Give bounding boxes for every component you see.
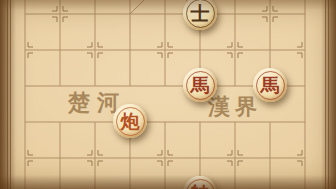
- piece-glyph: 馬: [253, 68, 287, 102]
- piece-glyph: 士: [183, 0, 217, 30]
- piece-red-general[interactable]: 帥: [183, 176, 217, 189]
- xiangqi-game-screen: 楚河 漢界 士馬馬炮帥: [0, 0, 336, 189]
- piece-red-horse-left[interactable]: 馬: [183, 68, 217, 102]
- piece-red-cannon[interactable]: 炮: [113, 104, 147, 138]
- piece-black-advisor[interactable]: 士: [183, 0, 217, 30]
- piece-red-horse-right[interactable]: 馬: [253, 68, 287, 102]
- piece-glyph: 帥: [183, 176, 217, 189]
- piece-glyph: 馬: [183, 68, 217, 102]
- piece-glyph: 炮: [113, 104, 147, 138]
